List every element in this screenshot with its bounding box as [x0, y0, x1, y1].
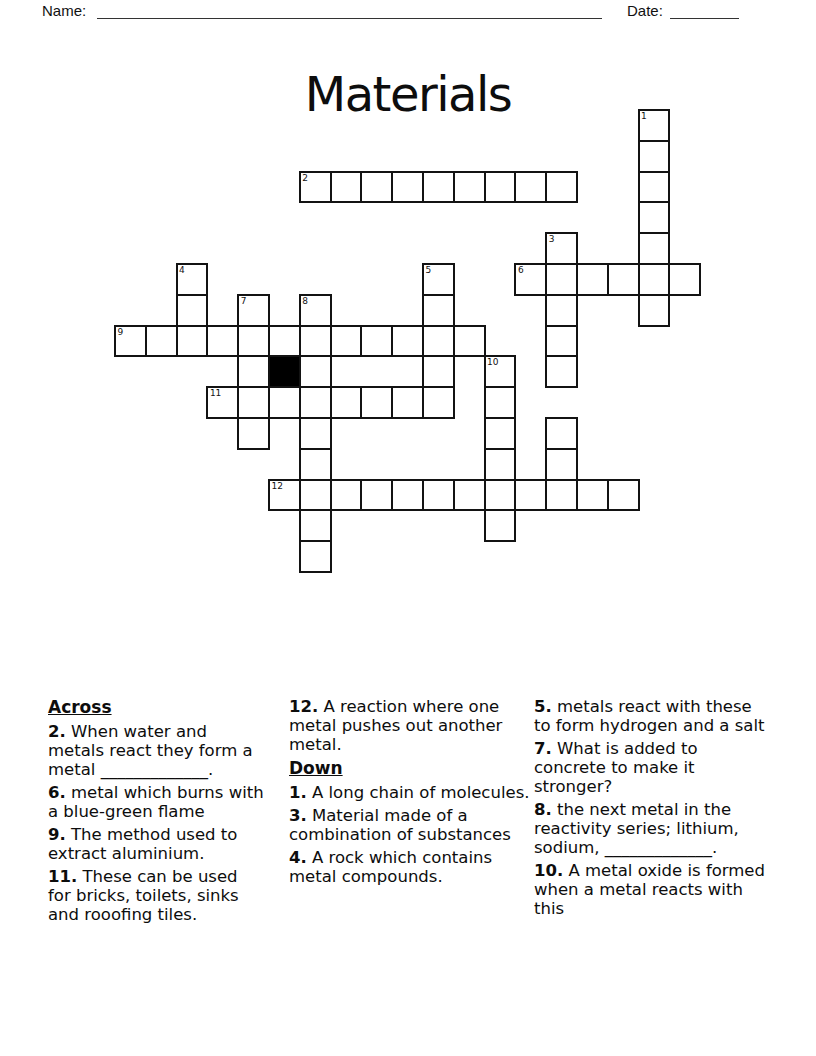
- grid-cell[interactable]: [237, 325, 270, 358]
- grid-cell[interactable]: [330, 479, 363, 512]
- grid-cell[interactable]: [545, 294, 578, 327]
- grid-cell[interactable]: [545, 355, 578, 388]
- grid-cell[interactable]: [484, 479, 517, 512]
- grid-cell[interactable]: [545, 479, 578, 512]
- grid-cell[interactable]: [237, 355, 270, 388]
- grid-cell[interactable]: [453, 171, 486, 204]
- grid-cell[interactable]: [330, 325, 363, 358]
- grid-cell[interactable]: 4: [176, 263, 209, 296]
- grid-cell[interactable]: [576, 479, 609, 512]
- grid-cell[interactable]: [545, 325, 578, 358]
- clue-number: 11: [210, 388, 221, 398]
- grid-cell[interactable]: [422, 386, 455, 419]
- clue: 3. Material made of a combination of sub…: [289, 806, 537, 844]
- grid-cell[interactable]: [514, 171, 547, 204]
- clue-number-label: 7.: [534, 739, 552, 758]
- grid-cell[interactable]: [330, 386, 363, 419]
- grid-cell[interactable]: [484, 448, 517, 481]
- clue: 1. A long chain of molecules.: [289, 783, 537, 802]
- clue: 8. the next metal in the reactivity seri…: [534, 800, 766, 857]
- grid-cell[interactable]: [299, 325, 332, 358]
- grid-cell[interactable]: [422, 171, 455, 204]
- grid-cell[interactable]: 9: [114, 325, 147, 358]
- grid-cell[interactable]: [638, 201, 671, 234]
- clue-number: 10: [487, 357, 498, 367]
- clue-number-label: 9.: [48, 825, 66, 844]
- name-input-line[interactable]: [97, 1, 602, 19]
- clue: 10. A metal oxide is formed when a metal…: [534, 861, 766, 918]
- grid-cell[interactable]: [176, 294, 209, 327]
- grid-cell[interactable]: [638, 171, 671, 204]
- grid-cell[interactable]: [360, 386, 393, 419]
- clue-number: 5: [426, 265, 432, 275]
- clues-column-2: 12. A reaction where one metal pushes ou…: [289, 697, 537, 890]
- clue: 5. metals react with these to form hydro…: [534, 697, 766, 735]
- clue-number: 4: [179, 265, 185, 275]
- grid-cell[interactable]: [638, 263, 671, 296]
- grid-cell[interactable]: [484, 509, 517, 542]
- grid-cell[interactable]: 11: [206, 386, 239, 419]
- grid-cell[interactable]: [422, 355, 455, 388]
- grid-cell[interactable]: [237, 386, 270, 419]
- clue-number: 1: [641, 111, 647, 121]
- grid-cell[interactable]: 1: [638, 109, 671, 142]
- grid-cell[interactable]: [391, 479, 424, 512]
- grid-cell[interactable]: [668, 263, 701, 296]
- clue-number: 2: [302, 173, 308, 183]
- clue-number: 3: [549, 234, 555, 244]
- grid-cell[interactable]: [299, 479, 332, 512]
- grid-cell[interactable]: [545, 417, 578, 450]
- grid-cell[interactable]: [299, 355, 332, 388]
- clue-number-label: 3.: [289, 806, 307, 825]
- grid-cell[interactable]: [638, 232, 671, 265]
- clue: 4. A rock which contains metal compounds…: [289, 848, 537, 886]
- grid-cell[interactable]: [453, 325, 486, 358]
- clue-number-label: 11.: [48, 867, 77, 886]
- clue-number-label: 8.: [534, 800, 552, 819]
- clue-number-label: 12.: [289, 697, 318, 716]
- grid-cell[interactable]: 12: [268, 479, 301, 512]
- grid-cell[interactable]: [145, 325, 178, 358]
- clue: 6. metal which burns with a blue-green f…: [48, 783, 264, 821]
- clue: 9. The method used to extract aluminium.: [48, 825, 264, 863]
- grid-cell[interactable]: [545, 171, 578, 204]
- clue-number: 6: [518, 265, 524, 275]
- clues-column-3: 5. metals react with these to form hydro…: [534, 697, 766, 922]
- grid-cell[interactable]: [268, 386, 301, 419]
- grid-cell[interactable]: [607, 479, 640, 512]
- down-header: Down: [289, 758, 537, 778]
- grid-cell[interactable]: [545, 263, 578, 296]
- grid-cell[interactable]: [638, 140, 671, 173]
- grid-cell[interactable]: [391, 325, 424, 358]
- clue-number-label: 1.: [289, 783, 307, 802]
- grid-cell[interactable]: [545, 448, 578, 481]
- clue: 7. What is added to concrete to make it …: [534, 739, 766, 796]
- grid-cell[interactable]: [484, 386, 517, 419]
- grid-cell[interactable]: [422, 294, 455, 327]
- grid-cell[interactable]: [360, 325, 393, 358]
- grid-cell[interactable]: [514, 479, 547, 512]
- clue: 12. A reaction where one metal pushes ou…: [289, 697, 537, 754]
- grid-cell[interactable]: [360, 171, 393, 204]
- grid-cell[interactable]: [422, 325, 455, 358]
- name-label: Name:: [42, 2, 86, 19]
- grid-cell[interactable]: [176, 325, 209, 358]
- clue-number-label: 10.: [534, 861, 563, 880]
- grid-cell[interactable]: [391, 386, 424, 419]
- clue-number: 9: [118, 327, 124, 337]
- grid-cell[interactable]: [484, 417, 517, 450]
- grid-cell-black: [268, 355, 301, 388]
- grid-cell[interactable]: [360, 479, 393, 512]
- clue-number: 12: [272, 481, 283, 491]
- grid-cell[interactable]: [206, 325, 239, 358]
- grid-cell[interactable]: [422, 479, 455, 512]
- grid-cell[interactable]: [299, 509, 332, 542]
- clue-number-label: 2.: [48, 722, 66, 741]
- crossword-grid: 123456789101112: [115, 110, 701, 573]
- grid-cell[interactable]: [299, 540, 332, 573]
- clue: 11. These can be used for bricks, toilet…: [48, 867, 264, 924]
- grid-cell[interactable]: [576, 263, 609, 296]
- grid-cell[interactable]: 2: [299, 171, 332, 204]
- clue-number-label: 6.: [48, 783, 66, 802]
- grid-cell[interactable]: [484, 171, 517, 204]
- clue: 2. When water and metals react they form…: [48, 722, 264, 779]
- grid-cell[interactable]: 8: [299, 294, 332, 327]
- grid-cell[interactable]: 5: [422, 263, 455, 296]
- clue-number: 8: [302, 296, 308, 306]
- across-header: Across: [48, 697, 264, 717]
- date-input-line[interactable]: [670, 1, 739, 19]
- grid-cell[interactable]: 3: [545, 232, 578, 265]
- grid-cell[interactable]: [299, 448, 332, 481]
- grid-cell[interactable]: [607, 263, 640, 296]
- date-label: Date:: [627, 2, 663, 19]
- grid-cell[interactable]: 6: [514, 263, 547, 296]
- grid-cell[interactable]: [638, 294, 671, 327]
- clue-number-label: 4.: [289, 848, 307, 867]
- grid-cell[interactable]: 10: [484, 355, 517, 388]
- grid-cell[interactable]: [268, 325, 301, 358]
- grid-cell[interactable]: [453, 479, 486, 512]
- clues-column-1: Across2. When water and metals react the…: [48, 697, 264, 928]
- clue-number: 7: [241, 296, 247, 306]
- grid-cell[interactable]: [330, 171, 363, 204]
- clue-number-label: 5.: [534, 697, 552, 716]
- grid-cell[interactable]: 7: [237, 294, 270, 327]
- grid-cell[interactable]: [237, 417, 270, 450]
- grid-cell[interactable]: [299, 386, 332, 419]
- grid-cell[interactable]: [391, 171, 424, 204]
- grid-cell[interactable]: [299, 417, 332, 450]
